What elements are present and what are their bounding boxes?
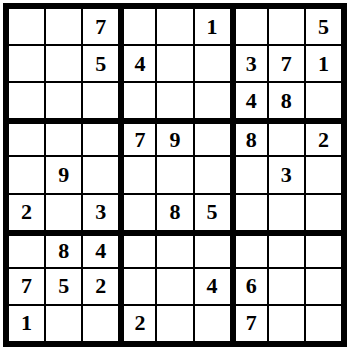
cell-r7c8[interactable] (269, 232, 304, 267)
cell-r2c4[interactable]: 4 (120, 46, 155, 81)
cell-r8c4[interactable] (120, 269, 155, 304)
cell-r2c5[interactable] (157, 46, 192, 81)
cell-r8c5[interactable] (157, 269, 192, 304)
cell-r4c3[interactable] (83, 120, 118, 155)
cell-r3c4[interactable] (120, 83, 155, 118)
cell-r7c6[interactable] (195, 232, 230, 267)
cell-r6c3[interactable]: 3 (83, 195, 118, 230)
cell-r1c1[interactable] (9, 9, 44, 44)
cell-r1c5[interactable] (157, 9, 192, 44)
cell-r1c7[interactable] (232, 9, 267, 44)
cell-r9c5[interactable] (157, 306, 192, 341)
cell-r5c9[interactable] (306, 157, 341, 192)
cell-r6c7[interactable] (232, 195, 267, 230)
cell-r3c3[interactable] (83, 83, 118, 118)
cell-r2c3[interactable]: 5 (83, 46, 118, 81)
cell-r4c9[interactable]: 2 (306, 120, 341, 155)
cell-r5c2[interactable]: 9 (46, 157, 81, 192)
cell-r5c1[interactable] (9, 157, 44, 192)
cell-r9c9[interactable] (306, 306, 341, 341)
cell-r1c3[interactable]: 7 (83, 9, 118, 44)
cell-r9c2[interactable] (46, 306, 81, 341)
cell-r2c9[interactable]: 1 (306, 46, 341, 81)
cell-r4c8[interactable] (269, 120, 304, 155)
page: 715543714879829323858475246127 (0, 0, 350, 350)
cell-r4c1[interactable] (9, 120, 44, 155)
cell-r2c1[interactable] (9, 46, 44, 81)
cell-r2c8[interactable]: 7 (269, 46, 304, 81)
cell-r9c7[interactable]: 7 (232, 306, 267, 341)
cell-r1c2[interactable] (46, 9, 81, 44)
cell-r7c2[interactable]: 8 (46, 232, 81, 267)
cell-r2c6[interactable] (195, 46, 230, 81)
cell-r7c3[interactable]: 4 (83, 232, 118, 267)
cell-r7c5[interactable] (157, 232, 192, 267)
cell-r8c6[interactable]: 4 (195, 269, 230, 304)
cell-r9c1[interactable]: 1 (9, 306, 44, 341)
cell-r7c4[interactable] (120, 232, 155, 267)
cell-r1c9[interactable]: 5 (306, 9, 341, 44)
cell-r3c8[interactable]: 8 (269, 83, 304, 118)
cell-r9c6[interactable] (195, 306, 230, 341)
cell-r1c6[interactable]: 1 (195, 9, 230, 44)
cell-r4c2[interactable] (46, 120, 81, 155)
cell-r8c2[interactable]: 5 (46, 269, 81, 304)
cell-r3c5[interactable] (157, 83, 192, 118)
cell-r9c4[interactable]: 2 (120, 306, 155, 341)
cell-r9c8[interactable] (269, 306, 304, 341)
cell-r2c7[interactable]: 3 (232, 46, 267, 81)
cell-r5c5[interactable] (157, 157, 192, 192)
cell-r5c3[interactable] (83, 157, 118, 192)
cell-r5c4[interactable] (120, 157, 155, 192)
cell-r3c1[interactable] (9, 83, 44, 118)
cell-r5c7[interactable] (232, 157, 267, 192)
cell-r6c5[interactable]: 8 (157, 195, 192, 230)
cell-r1c4[interactable] (120, 9, 155, 44)
cell-r5c8[interactable]: 3 (269, 157, 304, 192)
cell-r5c6[interactable] (195, 157, 230, 192)
cell-r6c2[interactable] (46, 195, 81, 230)
cell-r1c8[interactable] (269, 9, 304, 44)
cell-r3c7[interactable]: 4 (232, 83, 267, 118)
cell-r6c1[interactable]: 2 (9, 195, 44, 230)
cell-r8c9[interactable] (306, 269, 341, 304)
cell-r6c4[interactable] (120, 195, 155, 230)
cell-r7c9[interactable] (306, 232, 341, 267)
cell-r6c6[interactable]: 5 (195, 195, 230, 230)
cell-r8c8[interactable] (269, 269, 304, 304)
cell-r4c6[interactable] (195, 120, 230, 155)
cell-r3c6[interactable] (195, 83, 230, 118)
cell-r8c7[interactable]: 6 (232, 269, 267, 304)
cell-r4c5[interactable]: 9 (157, 120, 192, 155)
cell-r2c2[interactable] (46, 46, 81, 81)
cell-r7c1[interactable] (9, 232, 44, 267)
cell-r6c9[interactable] (306, 195, 341, 230)
cell-r7c7[interactable] (232, 232, 267, 267)
cell-r3c9[interactable] (306, 83, 341, 118)
sudoku-board: 715543714879829323858475246127 (3, 3, 347, 347)
cell-r9c3[interactable] (83, 306, 118, 341)
cell-r6c8[interactable] (269, 195, 304, 230)
cell-r4c4[interactable]: 7 (120, 120, 155, 155)
cell-r8c3[interactable]: 2 (83, 269, 118, 304)
cell-r3c2[interactable] (46, 83, 81, 118)
cell-r8c1[interactable]: 7 (9, 269, 44, 304)
cell-r4c7[interactable]: 8 (232, 120, 267, 155)
